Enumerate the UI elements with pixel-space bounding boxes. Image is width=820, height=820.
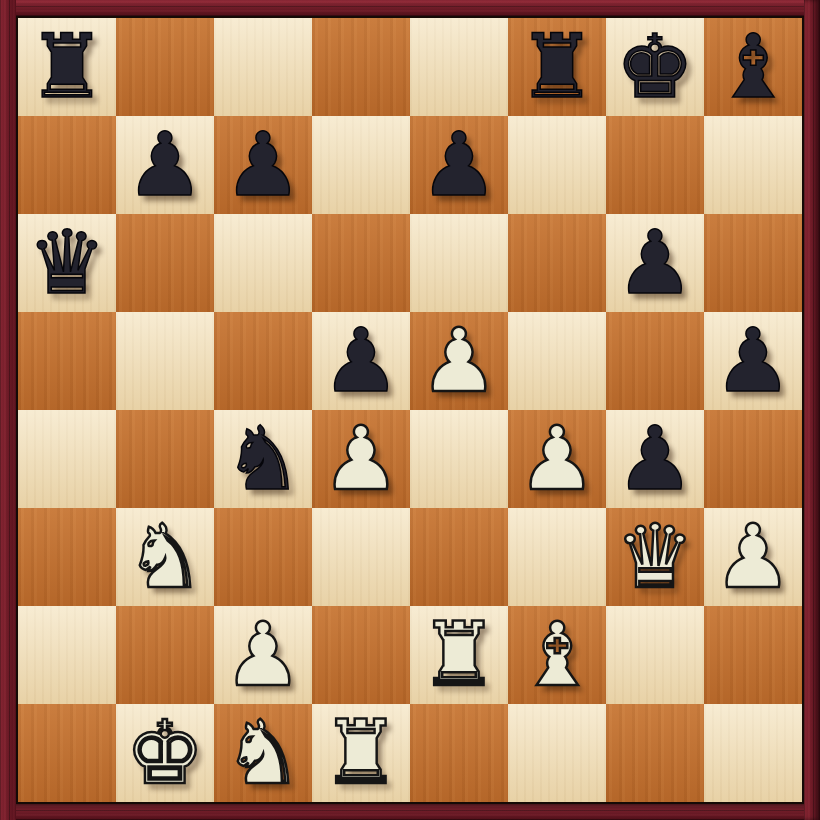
square-e5[interactable]: ♟ — [410, 312, 508, 410]
piece-white-pawn[interactable]: ♟ — [714, 508, 793, 606]
square-h5[interactable]: ♟ — [704, 312, 802, 410]
frame-left-edge — [0, 0, 16, 820]
piece-white-pawn[interactable]: ♟ — [420, 312, 499, 410]
square-d8[interactable] — [312, 18, 410, 116]
square-f4[interactable]: ♟ — [508, 410, 606, 508]
square-e7[interactable]: ♟ — [410, 116, 508, 214]
square-d6[interactable] — [312, 214, 410, 312]
piece-black-pawn[interactable]: ♟ — [224, 116, 303, 214]
square-c4[interactable]: ♞ — [214, 410, 312, 508]
square-a1[interactable] — [18, 704, 116, 802]
square-c6[interactable] — [214, 214, 312, 312]
square-a4[interactable] — [18, 410, 116, 508]
square-a3[interactable] — [18, 508, 116, 606]
piece-white-pawn[interactable]: ♟ — [518, 410, 597, 508]
chess-board-frame: ♜♜♚♝♟♟♟♛♟♟♟♟♞♟♟♟♞♛♟♟♜♝♚♞♜ — [0, 0, 820, 820]
square-a8[interactable]: ♜ — [18, 18, 116, 116]
square-h8[interactable]: ♝ — [704, 18, 802, 116]
square-d7[interactable] — [312, 116, 410, 214]
square-g5[interactable] — [606, 312, 704, 410]
piece-white-rook[interactable]: ♜ — [322, 704, 401, 802]
square-b8[interactable] — [116, 18, 214, 116]
square-b5[interactable] — [116, 312, 214, 410]
square-h2[interactable] — [704, 606, 802, 704]
piece-black-knight[interactable]: ♞ — [224, 410, 303, 508]
piece-white-pawn[interactable]: ♟ — [322, 410, 401, 508]
square-f7[interactable] — [508, 116, 606, 214]
piece-black-pawn[interactable]: ♟ — [616, 214, 695, 312]
square-g7[interactable] — [606, 116, 704, 214]
square-h3[interactable]: ♟ — [704, 508, 802, 606]
piece-black-pawn[interactable]: ♟ — [616, 410, 695, 508]
square-c8[interactable] — [214, 18, 312, 116]
square-a6[interactable]: ♛ — [18, 214, 116, 312]
frame-right-edge — [804, 0, 820, 820]
square-h4[interactable] — [704, 410, 802, 508]
square-b4[interactable] — [116, 410, 214, 508]
square-e1[interactable] — [410, 704, 508, 802]
piece-black-bishop[interactable]: ♝ — [714, 18, 793, 116]
square-h7[interactable] — [704, 116, 802, 214]
frame-top-edge — [0, 0, 820, 16]
square-d5[interactable]: ♟ — [312, 312, 410, 410]
square-g1[interactable] — [606, 704, 704, 802]
square-d1[interactable]: ♜ — [312, 704, 410, 802]
square-e6[interactable] — [410, 214, 508, 312]
piece-white-pawn[interactable]: ♟ — [224, 606, 303, 704]
square-g8[interactable]: ♚ — [606, 18, 704, 116]
square-c2[interactable]: ♟ — [214, 606, 312, 704]
frame-bottom-edge — [0, 804, 820, 820]
piece-white-queen[interactable]: ♛ — [616, 508, 695, 606]
piece-black-rook[interactable]: ♜ — [28, 18, 107, 116]
square-c5[interactable] — [214, 312, 312, 410]
square-e2[interactable]: ♜ — [410, 606, 508, 704]
square-g3[interactable]: ♛ — [606, 508, 704, 606]
square-h1[interactable] — [704, 704, 802, 802]
piece-black-pawn[interactable]: ♟ — [126, 116, 205, 214]
square-c7[interactable]: ♟ — [214, 116, 312, 214]
square-g6[interactable]: ♟ — [606, 214, 704, 312]
square-e4[interactable] — [410, 410, 508, 508]
square-g4[interactable]: ♟ — [606, 410, 704, 508]
square-b6[interactable] — [116, 214, 214, 312]
square-f8[interactable]: ♜ — [508, 18, 606, 116]
piece-white-bishop[interactable]: ♝ — [518, 606, 597, 704]
square-g2[interactable] — [606, 606, 704, 704]
square-a2[interactable] — [18, 606, 116, 704]
square-b7[interactable]: ♟ — [116, 116, 214, 214]
square-f5[interactable] — [508, 312, 606, 410]
piece-white-king[interactable]: ♚ — [126, 704, 205, 802]
square-a5[interactable] — [18, 312, 116, 410]
square-d3[interactable] — [312, 508, 410, 606]
piece-black-rook[interactable]: ♜ — [518, 18, 597, 116]
square-f1[interactable] — [508, 704, 606, 802]
piece-white-rook[interactable]: ♜ — [420, 606, 499, 704]
square-b1[interactable]: ♚ — [116, 704, 214, 802]
piece-black-pawn[interactable]: ♟ — [322, 312, 401, 410]
square-a7[interactable] — [18, 116, 116, 214]
chess-board: ♜♜♚♝♟♟♟♛♟♟♟♟♞♟♟♟♞♛♟♟♜♝♚♞♜ — [16, 16, 804, 804]
piece-black-queen[interactable]: ♛ — [28, 214, 107, 312]
square-b2[interactable] — [116, 606, 214, 704]
square-d4[interactable]: ♟ — [312, 410, 410, 508]
piece-white-knight[interactable]: ♞ — [224, 704, 303, 802]
piece-black-pawn[interactable]: ♟ — [420, 116, 499, 214]
square-f3[interactable] — [508, 508, 606, 606]
piece-white-knight[interactable]: ♞ — [126, 508, 205, 606]
piece-black-pawn[interactable]: ♟ — [714, 312, 793, 410]
square-e8[interactable] — [410, 18, 508, 116]
square-f6[interactable] — [508, 214, 606, 312]
square-d2[interactable] — [312, 606, 410, 704]
square-c1[interactable]: ♞ — [214, 704, 312, 802]
square-e3[interactable] — [410, 508, 508, 606]
square-c3[interactable] — [214, 508, 312, 606]
square-f2[interactable]: ♝ — [508, 606, 606, 704]
piece-black-king[interactable]: ♚ — [616, 18, 695, 116]
square-h6[interactable] — [704, 214, 802, 312]
square-b3[interactable]: ♞ — [116, 508, 214, 606]
